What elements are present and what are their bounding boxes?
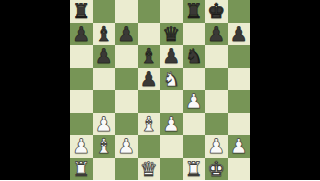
square-h2[interactable]: ♟ xyxy=(228,135,251,158)
square-a6[interactable] xyxy=(70,45,93,68)
white-knight-piece[interactable]: ♞ xyxy=(162,68,180,90)
square-b6[interactable]: ♟ xyxy=(93,45,116,68)
square-d6[interactable]: ♝ xyxy=(138,45,161,68)
white-rook-piece[interactable]: ♜ xyxy=(185,158,203,180)
square-g8[interactable]: ♚ xyxy=(205,0,228,23)
black-pawn-piece[interactable]: ♟ xyxy=(207,23,225,45)
square-b2[interactable]: ♝ xyxy=(93,135,116,158)
square-c3[interactable] xyxy=(115,113,138,136)
white-bishop-piece[interactable]: ♝ xyxy=(140,113,158,135)
black-rook-piece[interactable]: ♜ xyxy=(72,0,90,22)
square-g7[interactable]: ♟ xyxy=(205,23,228,46)
black-bishop-piece[interactable]: ♝ xyxy=(95,23,113,45)
black-rook-piece[interactable]: ♜ xyxy=(185,0,203,22)
square-g4[interactable] xyxy=(205,90,228,113)
square-e4[interactable] xyxy=(160,90,183,113)
square-b7[interactable]: ♝ xyxy=(93,23,116,46)
black-pawn-piece[interactable]: ♟ xyxy=(140,68,158,90)
square-h1[interactable] xyxy=(228,158,251,181)
square-e1[interactable] xyxy=(160,158,183,181)
square-f1[interactable]: ♜ xyxy=(183,158,206,181)
square-d4[interactable] xyxy=(138,90,161,113)
square-g5[interactable] xyxy=(205,68,228,91)
black-pawn-piece[interactable]: ♟ xyxy=(162,45,180,67)
square-a8[interactable]: ♜ xyxy=(70,0,93,23)
square-h7[interactable]: ♟ xyxy=(228,23,251,46)
white-queen-piece[interactable]: ♛ xyxy=(140,158,158,180)
black-knight-piece[interactable]: ♞ xyxy=(185,45,203,67)
white-pawn-piece[interactable]: ♟ xyxy=(117,135,135,157)
square-g2[interactable]: ♟ xyxy=(205,135,228,158)
square-b1[interactable] xyxy=(93,158,116,181)
square-a4[interactable] xyxy=(70,90,93,113)
square-f2[interactable] xyxy=(183,135,206,158)
square-c6[interactable] xyxy=(115,45,138,68)
black-pawn-piece[interactable]: ♟ xyxy=(230,23,248,45)
square-a7[interactable]: ♟ xyxy=(70,23,93,46)
square-d3[interactable]: ♝ xyxy=(138,113,161,136)
square-b5[interactable] xyxy=(93,68,116,91)
square-b8[interactable] xyxy=(93,0,116,23)
square-c2[interactable]: ♟ xyxy=(115,135,138,158)
white-pawn-piece[interactable]: ♟ xyxy=(207,135,225,157)
black-queen-piece[interactable]: ♛ xyxy=(162,23,180,45)
square-c5[interactable] xyxy=(115,68,138,91)
square-c1[interactable] xyxy=(115,158,138,181)
square-h6[interactable] xyxy=(228,45,251,68)
square-c4[interactable] xyxy=(115,90,138,113)
white-pawn-piece[interactable]: ♟ xyxy=(185,90,203,112)
black-bishop-piece[interactable]: ♝ xyxy=(140,45,158,67)
black-king-piece[interactable]: ♚ xyxy=(207,0,225,22)
square-b3[interactable]: ♟ xyxy=(93,113,116,136)
white-king-piece[interactable]: ♚ xyxy=(207,158,225,180)
chess-board: ♜♜♚♟♝♟♛♟♟♟♝♟♞♟♞♟♟♝♟♟♝♟♟♟♜♛♜♚ xyxy=(70,0,250,180)
square-g1[interactable]: ♚ xyxy=(205,158,228,181)
square-f5[interactable] xyxy=(183,68,206,91)
white-pawn-piece[interactable]: ♟ xyxy=(72,135,90,157)
white-bishop-piece[interactable]: ♝ xyxy=(95,135,113,157)
white-pawn-piece[interactable]: ♟ xyxy=(230,135,248,157)
square-f3[interactable] xyxy=(183,113,206,136)
black-pawn-piece[interactable]: ♟ xyxy=(95,45,113,67)
square-d8[interactable] xyxy=(138,0,161,23)
square-e2[interactable] xyxy=(160,135,183,158)
square-e7[interactable]: ♛ xyxy=(160,23,183,46)
square-e3[interactable]: ♟ xyxy=(160,113,183,136)
white-pawn-piece[interactable]: ♟ xyxy=(162,113,180,135)
square-g6[interactable] xyxy=(205,45,228,68)
black-pawn-piece[interactable]: ♟ xyxy=(72,23,90,45)
square-f6[interactable]: ♞ xyxy=(183,45,206,68)
square-e5[interactable]: ♞ xyxy=(160,68,183,91)
white-pawn-piece[interactable]: ♟ xyxy=(95,113,113,135)
square-a1[interactable]: ♜ xyxy=(70,158,93,181)
square-f4[interactable]: ♟ xyxy=(183,90,206,113)
screenshot-root: ♜♜♚♟♝♟♛♟♟♟♝♟♞♟♞♟♟♝♟♟♝♟♟♟♜♛♜♚ xyxy=(0,0,320,180)
square-d2[interactable] xyxy=(138,135,161,158)
square-a2[interactable]: ♟ xyxy=(70,135,93,158)
square-e8[interactable] xyxy=(160,0,183,23)
square-c8[interactable] xyxy=(115,0,138,23)
square-a3[interactable] xyxy=(70,113,93,136)
square-c7[interactable]: ♟ xyxy=(115,23,138,46)
square-b4[interactable] xyxy=(93,90,116,113)
square-f7[interactable] xyxy=(183,23,206,46)
square-a5[interactable] xyxy=(70,68,93,91)
black-pawn-piece[interactable]: ♟ xyxy=(117,23,135,45)
square-h8[interactable] xyxy=(228,0,251,23)
square-g3[interactable] xyxy=(205,113,228,136)
square-h5[interactable] xyxy=(228,68,251,91)
square-f8[interactable]: ♜ xyxy=(183,0,206,23)
square-h3[interactable] xyxy=(228,113,251,136)
square-e6[interactable]: ♟ xyxy=(160,45,183,68)
white-rook-piece[interactable]: ♜ xyxy=(72,158,90,180)
square-d7[interactable] xyxy=(138,23,161,46)
square-d5[interactable]: ♟ xyxy=(138,68,161,91)
square-d1[interactable]: ♛ xyxy=(138,158,161,181)
letterbox-left xyxy=(0,0,70,180)
letterbox-right xyxy=(250,0,320,180)
square-h4[interactable] xyxy=(228,90,251,113)
